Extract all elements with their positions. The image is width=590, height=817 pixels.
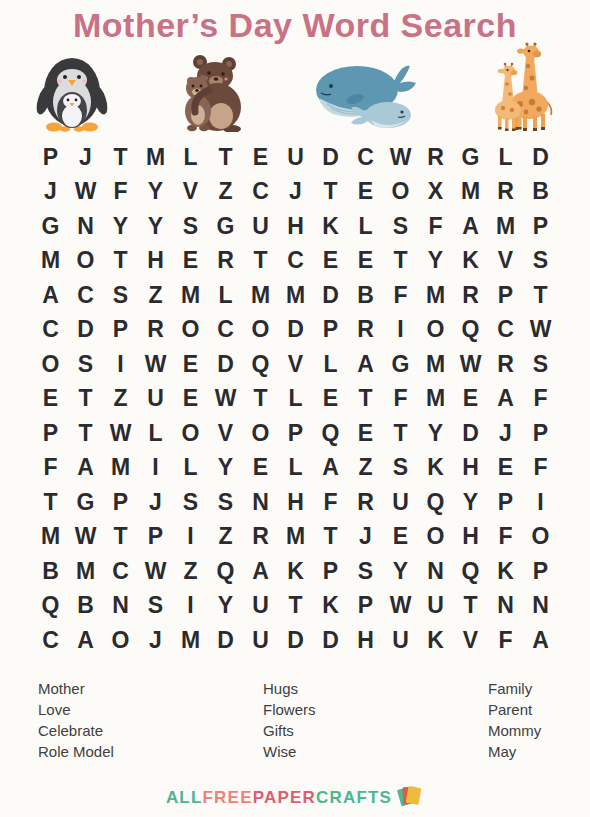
grid-cell: D: [68, 313, 103, 348]
grid-cell: F: [313, 485, 348, 520]
grid-cell: X: [418, 175, 453, 210]
grid-cell: E: [173, 347, 208, 382]
grid-cell: Z: [208, 175, 243, 210]
grid-cell: K: [313, 589, 348, 624]
grid-cell: Y: [208, 451, 243, 486]
grid-cell: O: [418, 313, 453, 348]
grid-cell: M: [243, 278, 278, 313]
grid-cell: T: [453, 589, 488, 624]
grid-cell: Y: [453, 485, 488, 520]
grid-cell: L: [348, 209, 383, 244]
grid-cell: N: [243, 485, 278, 520]
grid-cell: I: [383, 313, 418, 348]
word-list-item: May: [488, 741, 541, 762]
grid-cell: A: [313, 451, 348, 486]
grid-cell: R: [208, 244, 243, 279]
brand-segment: FREE: [203, 788, 253, 807]
grid-cell: D: [313, 278, 348, 313]
grid-cell: E: [453, 382, 488, 417]
word-list-column-3: FamilyParentMommyMay: [488, 678, 541, 762]
grid-cell: K: [418, 451, 453, 486]
grid-cell: Y: [208, 589, 243, 624]
grid-cell: T: [313, 175, 348, 210]
grid-cell: R: [138, 313, 173, 348]
giraffe-mother-calf-icon: [476, 42, 560, 136]
word-search-grid: PJTMLTEUDCWRGLDJWFYVZCJTEOXMRBGNYYSGUHKL…: [33, 140, 558, 658]
grid-cell: O: [523, 520, 558, 555]
grid-cell: Q: [208, 554, 243, 589]
grid-cell: P: [523, 554, 558, 589]
grid-cell: Y: [418, 244, 453, 279]
grid-cell: P: [103, 485, 138, 520]
word-list-item: Gifts: [263, 720, 316, 741]
grid-cell: W: [68, 520, 103, 555]
grid-cell: W: [383, 589, 418, 624]
grid-cell: R: [453, 278, 488, 313]
grid-cell: A: [348, 347, 383, 382]
word-list-item: Mother: [38, 678, 114, 699]
grid-cell: P: [138, 520, 173, 555]
grid-cell: O: [103, 623, 138, 658]
grid-cell: W: [208, 382, 243, 417]
grid-cell: T: [68, 416, 103, 451]
grid-cell: M: [68, 554, 103, 589]
grid-cell: P: [278, 416, 313, 451]
word-list-item: Parent: [488, 699, 541, 720]
grid-cell: T: [243, 382, 278, 417]
grid-cell: L: [488, 140, 523, 175]
grid-cell: W: [103, 416, 138, 451]
grid-cell: P: [488, 485, 523, 520]
grid-cell: Y: [383, 554, 418, 589]
grid-cell: Q: [313, 416, 348, 451]
grid-cell: M: [418, 278, 453, 313]
grid-cell: F: [523, 382, 558, 417]
word-list-item: Family: [488, 678, 541, 699]
grid-cell: M: [453, 175, 488, 210]
grid-cell: Z: [208, 520, 243, 555]
grid-cell: U: [418, 589, 453, 624]
grid-cell: P: [523, 416, 558, 451]
word-list-column-1: MotherLoveCelebrateRole Model: [38, 678, 114, 762]
grid-cell: D: [523, 140, 558, 175]
grid-cell: A: [33, 278, 68, 313]
grid-cell: G: [33, 209, 68, 244]
grid-cell: Q: [418, 485, 453, 520]
grid-cell: P: [313, 554, 348, 589]
grid-cell: H: [348, 623, 383, 658]
grid-cell: U: [243, 209, 278, 244]
grid-cell: J: [138, 485, 173, 520]
grid-cell: R: [348, 313, 383, 348]
grid-cell: F: [418, 209, 453, 244]
grid-cell: K: [418, 623, 453, 658]
grid-cell: B: [33, 554, 68, 589]
grid-cell: Q: [243, 347, 278, 382]
grid-cell: L: [278, 382, 313, 417]
grid-cell: G: [383, 347, 418, 382]
grid-cell: I: [138, 451, 173, 486]
grid-cell: K: [313, 209, 348, 244]
animal-illustrations-row: [30, 48, 560, 136]
grid-cell: F: [523, 451, 558, 486]
brand-wordmark: ALLFREEPAPERCRAFTS: [166, 788, 392, 808]
grid-cell: D: [313, 623, 348, 658]
grid-cell: I: [173, 520, 208, 555]
grid-cell: H: [278, 485, 313, 520]
grid-cell: L: [173, 451, 208, 486]
grid-cell: K: [453, 244, 488, 279]
grid-cell: N: [523, 589, 558, 624]
whale-mother-calf-icon: [309, 52, 421, 136]
grid-cell: J: [348, 520, 383, 555]
grid-cell: J: [488, 416, 523, 451]
grid-cell: V: [208, 416, 243, 451]
grid-cell: M: [173, 278, 208, 313]
grid-cell: D: [208, 623, 243, 658]
grid-cell: C: [348, 140, 383, 175]
grid-cell: H: [278, 209, 313, 244]
grid-cell: B: [68, 589, 103, 624]
grid-cell: C: [243, 175, 278, 210]
grid-cell: K: [488, 554, 523, 589]
brand-segment: CRAFTS: [316, 788, 392, 807]
grid-cell: Q: [453, 313, 488, 348]
grid-cell: C: [278, 244, 313, 279]
grid-cell: T: [103, 140, 138, 175]
grid-cell: P: [33, 140, 68, 175]
grid-cell: D: [453, 416, 488, 451]
grid-cell: Y: [418, 416, 453, 451]
grid-cell: N: [488, 589, 523, 624]
grid-cell: E: [243, 140, 278, 175]
grid-cell: E: [348, 416, 383, 451]
grid-cell: G: [68, 485, 103, 520]
grid-cell: H: [138, 244, 173, 279]
grid-cell: T: [383, 416, 418, 451]
grid-cell: Q: [33, 589, 68, 624]
grid-cell: S: [523, 244, 558, 279]
grid-cell: O: [33, 347, 68, 382]
grid-cell: I: [173, 589, 208, 624]
grid-cell: R: [243, 520, 278, 555]
grid-cell: Z: [138, 278, 173, 313]
grid-cell: U: [243, 589, 278, 624]
word-list-item: Wise: [263, 741, 316, 762]
grid-cell: C: [208, 313, 243, 348]
grid-cell: Y: [138, 175, 173, 210]
word-list-item: Flowers: [263, 699, 316, 720]
word-list-item: Celebrate: [38, 720, 114, 741]
grid-cell: F: [488, 520, 523, 555]
grid-cell: P: [33, 416, 68, 451]
grid-cell: C: [103, 554, 138, 589]
word-list-item: Mommy: [488, 720, 541, 741]
grid-cell: L: [173, 140, 208, 175]
grid-cell: S: [383, 209, 418, 244]
grid-cell: O: [68, 244, 103, 279]
grid-cell: F: [33, 451, 68, 486]
grid-cell: S: [173, 485, 208, 520]
brand-segment: PAPER: [253, 788, 316, 807]
grid-cell: T: [278, 589, 313, 624]
grid-cell: I: [103, 347, 138, 382]
grid-cell: A: [68, 451, 103, 486]
grid-cell: O: [173, 416, 208, 451]
grid-cell: M: [418, 347, 453, 382]
grid-cell: K: [278, 554, 313, 589]
grid-cell: W: [523, 313, 558, 348]
grid-cell: M: [103, 451, 138, 486]
grid-cell: A: [68, 623, 103, 658]
grid-cell: U: [138, 382, 173, 417]
bear-mother-cub-icon: [169, 50, 255, 136]
grid-cell: T: [103, 520, 138, 555]
grid-cell: P: [313, 313, 348, 348]
grid-cell: T: [348, 382, 383, 417]
grid-cell: E: [313, 382, 348, 417]
grid-cell: W: [138, 554, 173, 589]
grid-cell: P: [103, 313, 138, 348]
grid-cell: R: [488, 347, 523, 382]
grid-cell: W: [138, 347, 173, 382]
grid-cell: Y: [103, 209, 138, 244]
grid-cell: L: [138, 416, 173, 451]
grid-cell: S: [383, 451, 418, 486]
grid-cell: M: [138, 140, 173, 175]
grid-cell: H: [453, 520, 488, 555]
grid-cell: U: [243, 623, 278, 658]
grid-cell: T: [523, 278, 558, 313]
grid-cell: O: [418, 520, 453, 555]
grid-cell: Y: [138, 209, 173, 244]
grid-cell: E: [243, 451, 278, 486]
grid-cell: C: [33, 623, 68, 658]
grid-cell: T: [68, 382, 103, 417]
grid-cell: S: [173, 209, 208, 244]
grid-cell: M: [278, 278, 313, 313]
grid-cell: D: [208, 347, 243, 382]
grid-cell: W: [68, 175, 103, 210]
grid-cell: D: [278, 623, 313, 658]
grid-cell: L: [313, 347, 348, 382]
grid-cell: M: [418, 382, 453, 417]
grid-cell: E: [173, 244, 208, 279]
grid-cell: Z: [103, 382, 138, 417]
grid-cell: E: [348, 175, 383, 210]
grid-cell: S: [523, 347, 558, 382]
word-list-item: Hugs: [263, 678, 316, 699]
grid-cell: G: [208, 209, 243, 244]
grid-cell: E: [313, 244, 348, 279]
grid-cell: A: [453, 209, 488, 244]
grid-cell: R: [488, 175, 523, 210]
grid-cell: I: [523, 485, 558, 520]
grid-cell: T: [208, 140, 243, 175]
grid-cell: J: [33, 175, 68, 210]
grid-cell: O: [243, 416, 278, 451]
grid-cell: V: [278, 347, 313, 382]
grid-cell: A: [523, 623, 558, 658]
grid-cell: S: [138, 589, 173, 624]
grid-cell: C: [488, 313, 523, 348]
grid-cell: T: [243, 244, 278, 279]
grid-cell: B: [348, 278, 383, 313]
paper-stack-icon: [397, 782, 424, 814]
grid-cell: S: [348, 554, 383, 589]
grid-cell: L: [208, 278, 243, 313]
grid-cell: T: [33, 485, 68, 520]
grid-cell: D: [313, 140, 348, 175]
grid-cell: V: [453, 623, 488, 658]
grid-cell: U: [383, 623, 418, 658]
grid-cell: P: [523, 209, 558, 244]
grid-cell: C: [68, 278, 103, 313]
grid-cell: R: [418, 140, 453, 175]
grid-cell: F: [383, 382, 418, 417]
grid-cell: S: [103, 278, 138, 313]
grid-cell: S: [68, 347, 103, 382]
grid-cell: S: [208, 485, 243, 520]
grid-cell: A: [243, 554, 278, 589]
grid-cell: M: [173, 623, 208, 658]
grid-cell: W: [453, 347, 488, 382]
penguin-mother-baby-icon: [30, 50, 114, 136]
grid-cell: D: [278, 313, 313, 348]
grid-cell: A: [488, 382, 523, 417]
grid-cell: H: [453, 451, 488, 486]
grid-cell: G: [453, 140, 488, 175]
grid-cell: J: [138, 623, 173, 658]
grid-cell: Z: [173, 554, 208, 589]
grid-cell: N: [103, 589, 138, 624]
footer-logo: ALLFREEPAPERCRAFTS: [0, 782, 590, 814]
word-list-column-2: HugsFlowersGiftsWise: [263, 678, 316, 762]
grid-cell: M: [33, 244, 68, 279]
grid-cell: J: [278, 175, 313, 210]
grid-cell: T: [103, 244, 138, 279]
grid-cell: T: [313, 520, 348, 555]
grid-cell: Q: [453, 554, 488, 589]
page-title: Mother’s Day Word Search: [0, 6, 590, 45]
grid-cell: F: [383, 278, 418, 313]
grid-cell: F: [103, 175, 138, 210]
grid-cell: W: [383, 140, 418, 175]
grid-cell: U: [383, 485, 418, 520]
grid-cell: Z: [348, 451, 383, 486]
grid-cell: N: [68, 209, 103, 244]
grid-cell: M: [33, 520, 68, 555]
grid-cell: E: [33, 382, 68, 417]
grid-cell: E: [383, 520, 418, 555]
grid-cell: E: [348, 244, 383, 279]
grid-cell: V: [173, 175, 208, 210]
grid-cell: M: [488, 209, 523, 244]
grid-cell: L: [278, 451, 313, 486]
grid-cell: R: [348, 485, 383, 520]
brand-segment: ALL: [166, 788, 203, 807]
grid-cell: O: [243, 313, 278, 348]
grid-cell: O: [173, 313, 208, 348]
grid-cell: V: [488, 244, 523, 279]
grid-cell: U: [278, 140, 313, 175]
grid-cell: E: [173, 382, 208, 417]
grid-cell: F: [488, 623, 523, 658]
grid-cell: P: [348, 589, 383, 624]
grid-cell: B: [523, 175, 558, 210]
grid-cell: J: [68, 140, 103, 175]
grid-cell: E: [488, 451, 523, 486]
grid-cell: N: [418, 554, 453, 589]
grid-cell: T: [383, 244, 418, 279]
grid-cell: O: [383, 175, 418, 210]
grid-cell: M: [278, 520, 313, 555]
grid-cell: C: [33, 313, 68, 348]
word-list-item: Love: [38, 699, 114, 720]
grid-cell: P: [488, 278, 523, 313]
word-list-item: Role Model: [38, 741, 114, 762]
